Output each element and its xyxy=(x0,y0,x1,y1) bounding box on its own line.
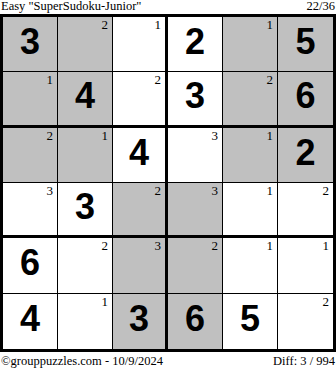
given-digit: 3 xyxy=(185,78,205,114)
given-digit: 2 xyxy=(185,24,205,60)
cell-r6c3: 3 xyxy=(113,294,168,349)
cell-r6c2: 1 xyxy=(58,294,113,349)
cell-r1c4: 2 xyxy=(168,17,223,72)
corner-clue: 1 xyxy=(155,17,162,32)
cell-r2c6: 6 xyxy=(278,72,333,127)
empty-cells-counter: 22/36 xyxy=(307,0,335,13)
given-digit: 5 xyxy=(240,301,260,337)
difficulty-rating: Diff: 3 / 994 xyxy=(273,354,335,368)
corner-clue: 1 xyxy=(102,294,109,309)
cell-r1c3: 1 xyxy=(113,17,168,72)
corner-clue: 1 xyxy=(102,128,109,143)
cell-r1c5: 1 xyxy=(223,17,278,72)
cell-r2c4: 3 xyxy=(168,72,223,127)
corner-clue: 1 xyxy=(267,238,274,253)
corner-clue: 3 xyxy=(47,183,54,198)
given-digit: 6 xyxy=(20,245,40,281)
cell-r6c1: 4 xyxy=(3,294,58,349)
cell-r2c3: 2 xyxy=(113,72,168,127)
given-digit: 6 xyxy=(185,301,205,337)
cell-r3c2: 1 xyxy=(58,128,113,183)
cell-r3c1: 2 xyxy=(3,128,58,183)
given-digit: 6 xyxy=(295,78,315,114)
cell-r5c6: 1 xyxy=(278,238,333,293)
cell-r3c3: 4 xyxy=(113,128,168,183)
corner-clue: 2 xyxy=(102,17,109,32)
header: Easy "SuperSudoku-Junior" 22/36 xyxy=(0,0,336,14)
corner-clue: 2 xyxy=(155,72,162,87)
given-digit: 4 xyxy=(129,135,149,171)
given-digit: 3 xyxy=(20,24,40,60)
cell-r3c4: 3 xyxy=(168,128,223,183)
corner-clue: 2 xyxy=(47,128,54,143)
cell-r4c2: 3 xyxy=(58,183,113,238)
given-digit: 4 xyxy=(20,301,40,337)
cell-r5c5: 1 xyxy=(223,238,278,293)
corner-clue: 3 xyxy=(155,238,162,253)
cell-r6c4: 6 xyxy=(168,294,223,349)
corner-clue: 3 xyxy=(212,128,219,143)
given-digit: 3 xyxy=(129,301,149,337)
cell-r4c5: 1 xyxy=(223,183,278,238)
cell-r1c2: 2 xyxy=(58,17,113,72)
cell-r3c6: 2 xyxy=(278,128,333,183)
cell-r4c6: 2 xyxy=(278,183,333,238)
given-digit: 3 xyxy=(75,189,95,225)
corner-clue: 1 xyxy=(47,72,54,87)
cell-r2c5: 2 xyxy=(223,72,278,127)
cell-r1c1: 3 xyxy=(3,17,58,72)
cell-r2c2: 4 xyxy=(58,72,113,127)
corner-clue: 1 xyxy=(323,238,330,253)
corner-clue: 2 xyxy=(212,238,219,253)
cell-r6c6: 2 xyxy=(278,294,333,349)
corner-clue: 1 xyxy=(267,183,274,198)
puzzle-title: Easy "SuperSudoku-Junior" xyxy=(1,0,141,13)
corner-clue: 2 xyxy=(155,183,162,198)
cell-r1c6: 5 xyxy=(278,17,333,72)
cell-r3c5: 1 xyxy=(223,128,278,183)
cell-r5c1: 6 xyxy=(3,238,58,293)
cell-r4c4: 3 xyxy=(168,183,223,238)
cell-r4c1: 3 xyxy=(3,183,58,238)
corner-clue: 2 xyxy=(323,294,330,309)
footer: ©grouppuzzles.com - 10/9/2024 Diff: 3 / … xyxy=(0,352,336,370)
corner-clue: 2 xyxy=(267,72,274,87)
cell-r5c4: 2 xyxy=(168,238,223,293)
cell-r5c2: 2 xyxy=(58,238,113,293)
given-digit: 2 xyxy=(295,135,315,171)
corner-clue: 2 xyxy=(323,183,330,198)
puzzle-grid: 321215142326214312332312623211413652 xyxy=(0,14,336,352)
cell-r6c5: 5 xyxy=(223,294,278,349)
corner-clue: 2 xyxy=(102,238,109,253)
copyright-date: ©grouppuzzles.com - 10/9/2024 xyxy=(1,354,163,368)
corner-clue: 1 xyxy=(267,17,274,32)
cell-r2c1: 1 xyxy=(3,72,58,127)
corner-clue: 3 xyxy=(212,183,219,198)
given-digit: 5 xyxy=(295,24,315,60)
cell-r4c3: 2 xyxy=(113,183,168,238)
corner-clue: 1 xyxy=(267,128,274,143)
cell-r5c3: 3 xyxy=(113,238,168,293)
given-digit: 4 xyxy=(75,78,95,114)
